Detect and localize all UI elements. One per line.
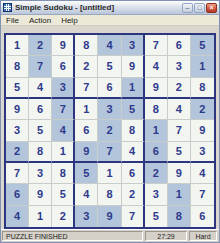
cell-r2c5[interactable]: 5 — [98, 56, 121, 77]
status-timer: 27:29 — [145, 231, 187, 241]
client-area: 1298437658762594315437619289671358423546… — [1, 26, 219, 229]
cell-r9c9[interactable]: 6 — [191, 206, 214, 227]
cell-r9c7[interactable]: 5 — [145, 206, 168, 227]
cell-r4c1[interactable]: 9 — [6, 99, 29, 120]
cell-r2c8[interactable]: 3 — [168, 56, 191, 77]
menu-item-action[interactable]: Action — [24, 15, 56, 26]
status-message: PUZZLE FINISHED — [2, 231, 143, 241]
sudoku-board: 1298437658762594315437619289671358423546… — [4, 33, 216, 229]
cell-r5c5[interactable]: 2 — [98, 120, 121, 141]
cell-r8c9[interactable]: 7 — [191, 184, 214, 205]
cell-r3c7[interactable]: 9 — [145, 78, 168, 99]
cell-r9c3[interactable]: 2 — [52, 206, 75, 227]
cell-r2c7[interactable]: 4 — [145, 56, 168, 77]
window-controls: – □ × — [182, 3, 217, 13]
cell-r8c3[interactable]: 5 — [52, 184, 75, 205]
cell-r3c6[interactable]: 1 — [122, 78, 145, 99]
cell-r4c4[interactable]: 1 — [75, 99, 98, 120]
minimize-button[interactable]: – — [182, 3, 193, 13]
cell-r2c3[interactable]: 6 — [52, 56, 75, 77]
cell-r4c8[interactable]: 4 — [168, 99, 191, 120]
title-bar: Simple Sudoku - [untitled] – □ × — [1, 1, 219, 15]
cell-r1c1[interactable]: 1 — [6, 35, 29, 56]
cell-r7c4[interactable]: 5 — [75, 163, 98, 184]
cell-r5c3[interactable]: 4 — [52, 120, 75, 141]
status-difficulty: Hard — [189, 231, 217, 241]
window-title: Simple Sudoku - [untitled] — [15, 1, 179, 15]
cell-r7c2[interactable]: 3 — [29, 163, 52, 184]
cell-r8c6[interactable]: 2 — [122, 184, 145, 205]
cell-r6c6[interactable]: 4 — [122, 142, 145, 163]
cell-r8c2[interactable]: 9 — [29, 184, 52, 205]
app-window: Simple Sudoku - [untitled] – □ × File Ac… — [0, 0, 220, 243]
cell-r6c5[interactable]: 7 — [98, 142, 121, 163]
menu-item-help[interactable]: Help — [56, 15, 82, 26]
cell-r2c6[interactable]: 9 — [122, 56, 145, 77]
cell-r1c9[interactable]: 5 — [191, 35, 214, 56]
cell-r7c5[interactable]: 1 — [98, 163, 121, 184]
cell-r4c7[interactable]: 8 — [145, 99, 168, 120]
cell-r5c7[interactable]: 1 — [145, 120, 168, 141]
cell-r4c9[interactable]: 2 — [191, 99, 214, 120]
close-button[interactable]: × — [206, 3, 217, 13]
cell-r5c2[interactable]: 5 — [29, 120, 52, 141]
cell-r6c1[interactable]: 2 — [6, 142, 29, 163]
cell-r3c2[interactable]: 4 — [29, 78, 52, 99]
cell-r7c9[interactable]: 4 — [191, 163, 214, 184]
cell-r9c2[interactable]: 1 — [29, 206, 52, 227]
cell-r8c1[interactable]: 6 — [6, 184, 29, 205]
cell-r1c6[interactable]: 3 — [122, 35, 145, 56]
cell-r6c8[interactable]: 5 — [168, 142, 191, 163]
cell-r3c4[interactable]: 7 — [75, 78, 98, 99]
cell-r4c2[interactable]: 6 — [29, 99, 52, 120]
cell-r8c4[interactable]: 4 — [75, 184, 98, 205]
cell-r6c2[interactable]: 8 — [29, 142, 52, 163]
cell-r2c2[interactable]: 7 — [29, 56, 52, 77]
sudoku-app-icon — [3, 3, 12, 12]
cell-r9c4[interactable]: 3 — [75, 206, 98, 227]
cell-r3c3[interactable]: 3 — [52, 78, 75, 99]
cell-r6c7[interactable]: 6 — [145, 142, 168, 163]
cell-r9c6[interactable]: 7 — [122, 206, 145, 227]
cell-r9c8[interactable]: 8 — [168, 206, 191, 227]
cell-r4c3[interactable]: 7 — [52, 99, 75, 120]
cell-r2c9[interactable]: 1 — [191, 56, 214, 77]
cell-r9c1[interactable]: 4 — [6, 206, 29, 227]
cell-r9c5[interactable]: 9 — [98, 206, 121, 227]
cell-r4c6[interactable]: 5 — [122, 99, 145, 120]
cell-r7c1[interactable]: 7 — [6, 163, 29, 184]
cell-r5c1[interactable]: 3 — [6, 120, 29, 141]
menu-item-file[interactable]: File — [1, 15, 24, 26]
cell-r1c8[interactable]: 6 — [168, 35, 191, 56]
cell-r5c8[interactable]: 7 — [168, 120, 191, 141]
cell-r8c8[interactable]: 1 — [168, 184, 191, 205]
cell-r7c8[interactable]: 9 — [168, 163, 191, 184]
cell-r3c1[interactable]: 5 — [6, 78, 29, 99]
cell-r1c2[interactable]: 2 — [29, 35, 52, 56]
cell-r7c7[interactable]: 2 — [145, 163, 168, 184]
cell-r1c4[interactable]: 8 — [75, 35, 98, 56]
cell-r6c3[interactable]: 1 — [52, 142, 75, 163]
cell-r5c6[interactable]: 8 — [122, 120, 145, 141]
cell-r1c3[interactable]: 9 — [52, 35, 75, 56]
cell-r1c5[interactable]: 4 — [98, 35, 121, 56]
status-bar: PUZZLE FINISHED 27:29 Hard — [1, 229, 219, 242]
cell-r7c3[interactable]: 8 — [52, 163, 75, 184]
cell-r4c5[interactable]: 3 — [98, 99, 121, 120]
cell-r1c7[interactable]: 7 — [145, 35, 168, 56]
cell-r3c9[interactable]: 8 — [191, 78, 214, 99]
cell-r6c4[interactable]: 9 — [75, 142, 98, 163]
cell-r3c5[interactable]: 6 — [98, 78, 121, 99]
cell-r2c4[interactable]: 2 — [75, 56, 98, 77]
cell-r6c9[interactable]: 3 — [191, 142, 214, 163]
cell-r2c1[interactable]: 8 — [6, 56, 29, 77]
cell-r8c7[interactable]: 3 — [145, 184, 168, 205]
cell-r5c4[interactable]: 6 — [75, 120, 98, 141]
cell-r5c9[interactable]: 9 — [191, 120, 214, 141]
cell-r7c6[interactable]: 6 — [122, 163, 145, 184]
cell-r8c5[interactable]: 8 — [98, 184, 121, 205]
cell-r3c8[interactable]: 2 — [168, 78, 191, 99]
maximize-button[interactable]: □ — [194, 3, 205, 13]
menu-bar: File Action Help — [1, 15, 219, 26]
